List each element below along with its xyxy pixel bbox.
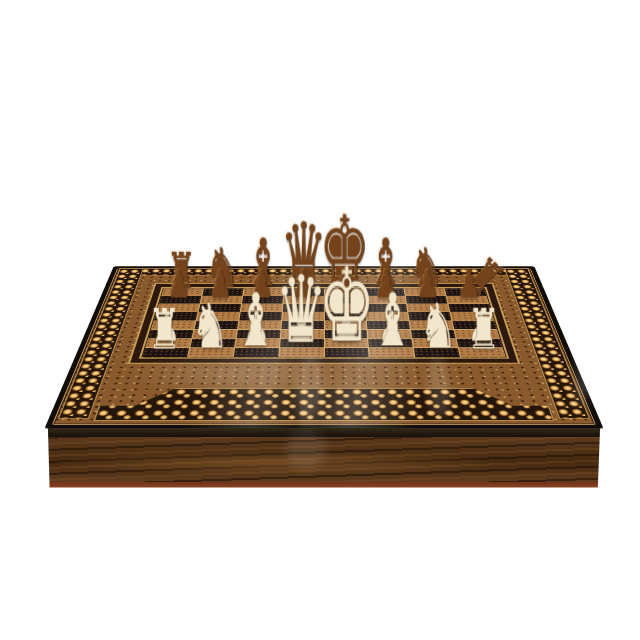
chess-board[interactable]: ♜♞♝♛♚♝♞♜♟♟♟♟♟♟♟♟♟♟♟♟♟♟♟♟♜♞♝♛♚♝♞♜ [143, 288, 506, 356]
piece-white-knight[interactable]: ♞ [419, 295, 458, 357]
board-frame: ♜♞♝♛♚♝♞♜♟♟♟♟♟♟♟♟♟♟♟♟♟♟♟♟♜♞♝♛♚♝♞♜ [128, 283, 520, 364]
piece-white-rook[interactable]: ♜ [467, 301, 500, 357]
square-b1[interactable]: ♞ [188, 348, 234, 357]
box-front-face [44, 428, 604, 490]
square-c1[interactable]: ♝ [234, 348, 279, 357]
square-d1[interactable]: ♛ [279, 348, 323, 357]
square-a1[interactable]: ♜ [143, 348, 190, 357]
walnut-wood-grain [44, 437, 604, 482]
square-g1[interactable]: ♞ [414, 348, 460, 357]
square-e1[interactable]: ♚ [325, 348, 369, 357]
piece-white-bishop[interactable]: ♝ [235, 284, 277, 357]
photo-stage: ♜♞♝♛♚♝♞♜♟♟♟♟♟♟♟♟♟♟♟♟♟♟♟♟♜♞♝♛♚♝♞♜ [0, 0, 640, 640]
chess-box-lid: ♜♞♝♛♚♝♞♜♟♟♟♟♟♟♟♟♟♟♟♟♟♟♟♟♜♞♝♛♚♝♞♜ [44, 266, 603, 428]
piece-white-knight[interactable]: ♞ [191, 295, 230, 357]
piece-white-bishop[interactable]: ♝ [371, 284, 413, 357]
piece-white-king[interactable]: ♚ [318, 255, 375, 357]
piece-white-rook[interactable]: ♜ [148, 301, 181, 357]
square-h1[interactable]: ♜ [459, 348, 506, 357]
base-strip [44, 482, 604, 490]
lid-edge [44, 428, 604, 437]
square-f1[interactable]: ♝ [369, 348, 414, 357]
